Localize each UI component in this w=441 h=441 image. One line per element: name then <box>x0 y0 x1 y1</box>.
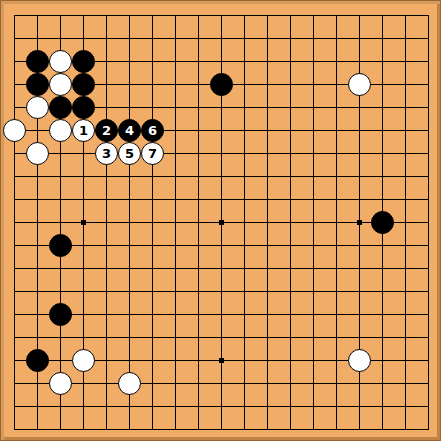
star-point <box>219 220 224 225</box>
stone-white <box>49 372 72 395</box>
stone-move-2: 2 <box>95 119 118 142</box>
go-board-grid: 1246357 <box>14 15 429 430</box>
star-point <box>357 220 362 225</box>
stone-black <box>72 50 95 73</box>
stone-white <box>348 349 371 372</box>
stone-black <box>72 96 95 119</box>
stone-move-1: 1 <box>72 119 95 142</box>
stone-white <box>3 119 26 142</box>
star-point <box>81 220 86 225</box>
stone-black <box>49 303 72 326</box>
stone-move-6: 6 <box>141 119 164 142</box>
stone-move-5: 5 <box>118 142 141 165</box>
stone-black <box>210 73 233 96</box>
stone-black <box>26 73 49 96</box>
stone-black <box>26 349 49 372</box>
stone-white <box>72 349 95 372</box>
stone-move-3: 3 <box>95 142 118 165</box>
go-board: 1246357 <box>0 0 441 441</box>
stone-black <box>49 96 72 119</box>
stone-white <box>49 73 72 96</box>
stone-white <box>49 119 72 142</box>
stone-move-4: 4 <box>118 119 141 142</box>
stone-move-7: 7 <box>141 142 164 165</box>
stone-black <box>371 211 394 234</box>
stone-white <box>348 73 371 96</box>
stone-black <box>49 234 72 257</box>
stone-white <box>118 372 141 395</box>
stone-white <box>26 96 49 119</box>
stone-black <box>26 50 49 73</box>
stone-white <box>49 50 72 73</box>
star-point <box>219 358 224 363</box>
stone-white <box>26 142 49 165</box>
stone-black <box>72 73 95 96</box>
